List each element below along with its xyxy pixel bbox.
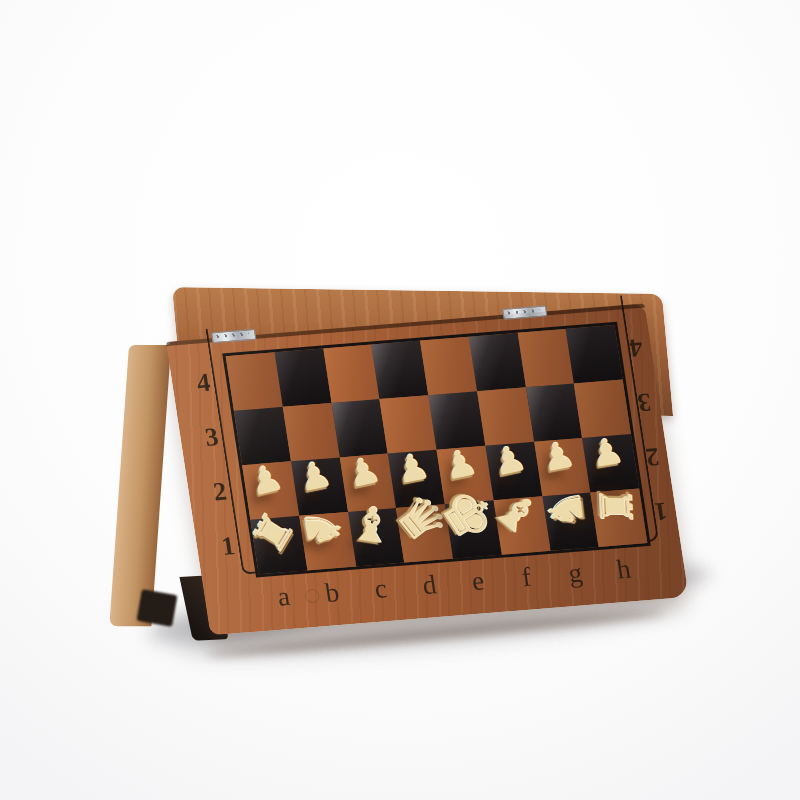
square-h3 xyxy=(574,379,631,437)
square-e1 xyxy=(445,500,502,558)
square-c4 xyxy=(323,345,380,403)
file-label-g: g xyxy=(547,548,602,598)
square-e2 xyxy=(437,446,494,504)
square-h2 xyxy=(582,434,639,492)
square-a4 xyxy=(226,352,283,410)
square-d3 xyxy=(380,395,437,453)
square-c2 xyxy=(339,454,396,512)
file-label-h: h xyxy=(596,544,651,594)
back-panel-foot xyxy=(136,589,177,627)
square-b4 xyxy=(274,348,331,406)
chess-board-front-face: 4321 4321 abcdefgh ♟♟♟♟♟♟♟♟♜♞♝♛♚♝♞♜ xyxy=(166,304,689,636)
chessboard-grid xyxy=(222,322,651,578)
square-g3 xyxy=(525,383,582,441)
product-photo-scene: 4321 4321 abcdefgh ♟♟♟♟♟♟♟♟♜♞♝♛♚♝♞♜ xyxy=(0,0,800,800)
square-g2 xyxy=(534,438,591,496)
square-a3 xyxy=(234,407,291,465)
square-d2 xyxy=(388,450,445,508)
square-b2 xyxy=(291,457,348,515)
square-f2 xyxy=(485,442,542,500)
square-h4 xyxy=(566,325,623,383)
square-e4 xyxy=(420,337,477,395)
square-f4 xyxy=(469,333,526,391)
square-g1 xyxy=(542,492,599,550)
file-label-c: c xyxy=(353,564,408,614)
square-a2 xyxy=(242,461,299,519)
square-b1 xyxy=(299,512,356,570)
square-f1 xyxy=(493,496,550,554)
square-d1 xyxy=(396,504,453,562)
square-f3 xyxy=(477,387,534,445)
file-label-d: d xyxy=(402,560,457,610)
back-panel-edge xyxy=(109,345,171,626)
square-g4 xyxy=(517,329,574,387)
file-label-f: f xyxy=(499,552,554,602)
file-label-a: a xyxy=(256,572,311,622)
square-a1 xyxy=(250,516,307,574)
square-e3 xyxy=(428,391,485,449)
file-label-e: e xyxy=(450,556,505,606)
square-c3 xyxy=(331,399,388,457)
square-b3 xyxy=(283,403,340,461)
square-c1 xyxy=(348,508,405,566)
square-d4 xyxy=(371,341,428,399)
square-h1 xyxy=(591,489,648,547)
